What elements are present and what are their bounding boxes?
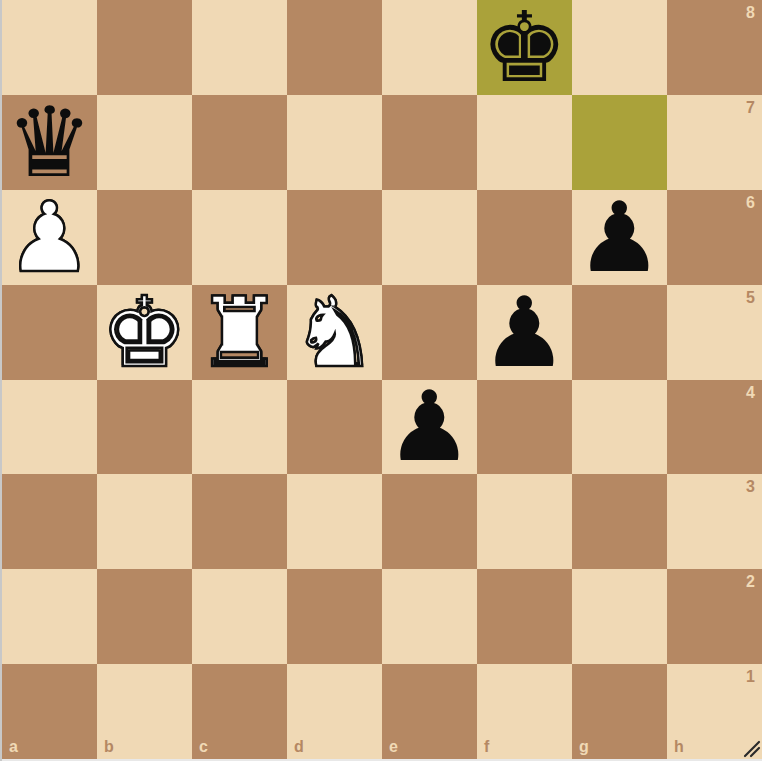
coord-file-a: a: [9, 739, 18, 755]
white-king[interactable]: ♚: [97, 285, 192, 380]
coord-file-g: g: [579, 739, 589, 755]
white-knight[interactable]: ♞: [287, 285, 382, 380]
black-pawn[interactable]: ♟: [572, 190, 667, 285]
coord-rank-8: 8: [746, 5, 755, 21]
square-f7[interactable]: [477, 95, 572, 190]
square-e8[interactable]: [382, 0, 477, 95]
coord-rank-6: 6: [746, 195, 755, 211]
square-c8[interactable]: [192, 0, 287, 95]
coord-rank-7: 7: [746, 100, 755, 116]
square-e4[interactable]: ♟: [382, 380, 477, 475]
coord-rank-1: 1: [746, 669, 755, 685]
square-d4[interactable]: [287, 380, 382, 475]
square-h7[interactable]: 7: [667, 95, 762, 190]
coord-file-e: e: [389, 739, 398, 755]
coord-file-h: h: [674, 739, 684, 755]
square-b8[interactable]: [97, 0, 192, 95]
square-e3[interactable]: [382, 474, 477, 569]
square-c6[interactable]: [192, 190, 287, 285]
square-a8[interactable]: [2, 0, 97, 95]
square-f6[interactable]: [477, 190, 572, 285]
square-f1[interactable]: f: [477, 664, 572, 759]
square-b7[interactable]: [97, 95, 192, 190]
square-d8[interactable]: [287, 0, 382, 95]
coord-file-f: f: [484, 739, 489, 755]
square-d5[interactable]: ♞: [287, 285, 382, 380]
square-h8[interactable]: 8: [667, 0, 762, 95]
square-c7[interactable]: [192, 95, 287, 190]
square-b6[interactable]: [97, 190, 192, 285]
square-f2[interactable]: [477, 569, 572, 664]
square-d3[interactable]: [287, 474, 382, 569]
square-b5[interactable]: ♚: [97, 285, 192, 380]
square-d7[interactable]: [287, 95, 382, 190]
square-c4[interactable]: [192, 380, 287, 475]
square-a4[interactable]: [2, 380, 97, 475]
square-d2[interactable]: [287, 569, 382, 664]
square-d6[interactable]: [287, 190, 382, 285]
coord-file-c: c: [199, 739, 208, 755]
square-a7[interactable]: ♛: [2, 95, 97, 190]
square-a3[interactable]: [2, 474, 97, 569]
chess-app-page: ♚8♛7♟♟6♚♜♞♟5♟432abcdefgh1: [0, 0, 762, 761]
square-h6[interactable]: 6: [667, 190, 762, 285]
black-pawn[interactable]: ♟: [382, 380, 477, 475]
black-queen[interactable]: ♛: [2, 95, 97, 190]
coord-file-d: d: [294, 739, 304, 755]
square-d1[interactable]: d: [287, 664, 382, 759]
black-king[interactable]: ♚: [477, 0, 572, 95]
square-a6[interactable]: ♟: [2, 190, 97, 285]
coord-rank-3: 3: [746, 479, 755, 495]
square-b2[interactable]: [97, 569, 192, 664]
square-a2[interactable]: [2, 569, 97, 664]
square-e5[interactable]: [382, 285, 477, 380]
coord-rank-4: 4: [746, 385, 755, 401]
square-h5[interactable]: 5: [667, 285, 762, 380]
square-c3[interactable]: [192, 474, 287, 569]
square-b3[interactable]: [97, 474, 192, 569]
square-g3[interactable]: [572, 474, 667, 569]
square-e1[interactable]: e: [382, 664, 477, 759]
square-b4[interactable]: [97, 380, 192, 475]
square-g4[interactable]: [572, 380, 667, 475]
square-c5[interactable]: ♜: [192, 285, 287, 380]
coord-rank-5: 5: [746, 290, 755, 306]
square-c1[interactable]: c: [192, 664, 287, 759]
square-a1[interactable]: a: [2, 664, 97, 759]
square-e6[interactable]: [382, 190, 477, 285]
square-h3[interactable]: 3: [667, 474, 762, 569]
coord-rank-2: 2: [746, 574, 755, 590]
square-g8[interactable]: [572, 0, 667, 95]
black-pawn[interactable]: ♟: [477, 285, 572, 380]
square-g1[interactable]: g: [572, 664, 667, 759]
square-f8[interactable]: ♚: [477, 0, 572, 95]
square-f5[interactable]: ♟: [477, 285, 572, 380]
square-a5[interactable]: [2, 285, 97, 380]
square-f3[interactable]: [477, 474, 572, 569]
square-b1[interactable]: b: [97, 664, 192, 759]
square-f4[interactable]: [477, 380, 572, 475]
square-h2[interactable]: 2: [667, 569, 762, 664]
board-resize-handle-icon[interactable]: [741, 738, 761, 758]
square-g7[interactable]: [572, 95, 667, 190]
white-pawn[interactable]: ♟: [2, 190, 97, 285]
square-g5[interactable]: [572, 285, 667, 380]
white-rook[interactable]: ♜: [192, 285, 287, 380]
square-c2[interactable]: [192, 569, 287, 664]
square-h4[interactable]: 4: [667, 380, 762, 475]
square-e7[interactable]: [382, 95, 477, 190]
square-h1[interactable]: h1: [667, 664, 762, 759]
square-g2[interactable]: [572, 569, 667, 664]
chess-board: ♚8♛7♟♟6♚♜♞♟5♟432abcdefgh1: [2, 0, 762, 759]
square-e2[interactable]: [382, 569, 477, 664]
square-g6[interactable]: ♟: [572, 190, 667, 285]
coord-file-b: b: [104, 739, 114, 755]
